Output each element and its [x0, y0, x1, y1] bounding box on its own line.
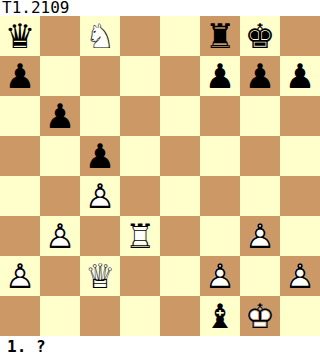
- piece-outline: ♙: [240, 216, 280, 256]
- square-a3[interactable]: [0, 216, 40, 256]
- square-c7[interactable]: [80, 56, 120, 96]
- square-f7[interactable]: ♟: [200, 56, 240, 96]
- move-prompt: 1. ?: [0, 336, 320, 360]
- square-d1[interactable]: [120, 296, 160, 336]
- piece-fill: ♟: [280, 56, 320, 96]
- square-g8[interactable]: ♚: [240, 16, 280, 56]
- square-b1[interactable]: [40, 296, 80, 336]
- square-f1[interactable]: ♝: [200, 296, 240, 336]
- square-a8[interactable]: ♛: [0, 16, 40, 56]
- square-g2[interactable]: [240, 256, 280, 296]
- piece-fill: ♟: [80, 136, 120, 176]
- black-pawn-icon[interactable]: ♟: [200, 56, 240, 96]
- square-f6[interactable]: [200, 96, 240, 136]
- square-a4[interactable]: [0, 176, 40, 216]
- square-a2[interactable]: ♟♙: [0, 256, 40, 296]
- square-b5[interactable]: [40, 136, 80, 176]
- piece-fill: ♚: [240, 16, 280, 56]
- square-h5[interactable]: [280, 136, 320, 176]
- white-pawn-icon[interactable]: ♟♙: [0, 256, 40, 296]
- square-e8[interactable]: [160, 16, 200, 56]
- square-g3[interactable]: ♟♙: [240, 216, 280, 256]
- black-pawn-icon[interactable]: ♟: [40, 96, 80, 136]
- square-c8[interactable]: ♞♘: [80, 16, 120, 56]
- piece-outline: ♙: [280, 256, 320, 296]
- piece-fill: ♟: [40, 96, 80, 136]
- square-b6[interactable]: ♟: [40, 96, 80, 136]
- square-d2[interactable]: [120, 256, 160, 296]
- square-a1[interactable]: [0, 296, 40, 336]
- square-g1[interactable]: ♚♔: [240, 296, 280, 336]
- square-d5[interactable]: [120, 136, 160, 176]
- black-queen-icon[interactable]: ♛: [0, 16, 40, 56]
- square-d8[interactable]: [120, 16, 160, 56]
- black-bishop-icon[interactable]: ♝: [200, 296, 240, 336]
- white-pawn-icon[interactable]: ♟♙: [40, 216, 80, 256]
- square-g5[interactable]: [240, 136, 280, 176]
- square-d6[interactable]: [120, 96, 160, 136]
- white-king-icon[interactable]: ♚♔: [240, 296, 280, 336]
- square-b3[interactable]: ♟♙: [40, 216, 80, 256]
- square-d7[interactable]: [120, 56, 160, 96]
- square-c6[interactable]: [80, 96, 120, 136]
- white-queen-icon[interactable]: ♛♕: [80, 256, 120, 296]
- square-a7[interactable]: ♟: [0, 56, 40, 96]
- piece-fill: ♟: [0, 56, 40, 96]
- square-f2[interactable]: ♟♙: [200, 256, 240, 296]
- square-c4[interactable]: ♟♙: [80, 176, 120, 216]
- square-h4[interactable]: [280, 176, 320, 216]
- square-e3[interactable]: [160, 216, 200, 256]
- square-c3[interactable]: [80, 216, 120, 256]
- square-h6[interactable]: [280, 96, 320, 136]
- square-h7[interactable]: ♟: [280, 56, 320, 96]
- square-e5[interactable]: [160, 136, 200, 176]
- square-a6[interactable]: [0, 96, 40, 136]
- black-pawn-icon[interactable]: ♟: [240, 56, 280, 96]
- square-b4[interactable]: [40, 176, 80, 216]
- piece-fill: ♟: [200, 56, 240, 96]
- piece-fill: ♜: [200, 16, 240, 56]
- square-g7[interactable]: ♟: [240, 56, 280, 96]
- square-b8[interactable]: [40, 16, 80, 56]
- white-pawn-icon[interactable]: ♟♙: [200, 256, 240, 296]
- piece-fill: ♛: [0, 16, 40, 56]
- piece-fill: ♝: [200, 296, 240, 336]
- chess-puzzle-app: T1.2109 ♛♞♘♜♚♟♟♟♟♟♟♟♙♟♙♜♖♟♙♟♙♛♕♟♙♟♙♝♚♔ 1…: [0, 0, 320, 360]
- chess-board: ♛♞♘♜♚♟♟♟♟♟♟♟♙♟♙♜♖♟♙♟♙♛♕♟♙♟♙♝♚♔: [0, 16, 320, 336]
- square-d3[interactable]: ♜♖: [120, 216, 160, 256]
- piece-fill: ♟: [240, 56, 280, 96]
- black-king-icon[interactable]: ♚: [240, 16, 280, 56]
- square-e7[interactable]: [160, 56, 200, 96]
- square-c5[interactable]: ♟: [80, 136, 120, 176]
- square-f3[interactable]: [200, 216, 240, 256]
- piece-outline: ♔: [240, 296, 280, 336]
- square-g6[interactable]: [240, 96, 280, 136]
- piece-outline: ♘: [80, 16, 120, 56]
- square-e6[interactable]: [160, 96, 200, 136]
- square-e2[interactable]: [160, 256, 200, 296]
- square-d4[interactable]: [120, 176, 160, 216]
- square-b2[interactable]: [40, 256, 80, 296]
- piece-outline: ♙: [200, 256, 240, 296]
- puzzle-id: T1.2109: [0, 0, 320, 16]
- square-c1[interactable]: [80, 296, 120, 336]
- black-rook-icon[interactable]: ♜: [200, 16, 240, 56]
- square-h8[interactable]: [280, 16, 320, 56]
- square-h3[interactable]: [280, 216, 320, 256]
- square-e4[interactable]: [160, 176, 200, 216]
- square-e1[interactable]: [160, 296, 200, 336]
- black-pawn-icon[interactable]: ♟: [0, 56, 40, 96]
- piece-outline: ♙: [0, 256, 40, 296]
- square-f5[interactable]: [200, 136, 240, 176]
- white-knight-icon[interactable]: ♞♘: [80, 16, 120, 56]
- square-g4[interactable]: [240, 176, 280, 216]
- piece-outline: ♖: [120, 216, 160, 256]
- black-pawn-icon[interactable]: ♟: [80, 136, 120, 176]
- piece-outline: ♙: [80, 176, 120, 216]
- piece-outline: ♕: [80, 256, 120, 296]
- piece-outline: ♙: [40, 216, 80, 256]
- black-pawn-icon[interactable]: ♟: [280, 56, 320, 96]
- square-h1[interactable]: [280, 296, 320, 336]
- white-pawn-icon[interactable]: ♟♙: [80, 176, 120, 216]
- white-pawn-icon[interactable]: ♟♙: [240, 216, 280, 256]
- square-f4[interactable]: [200, 176, 240, 216]
- white-pawn-icon[interactable]: ♟♙: [280, 256, 320, 296]
- square-f8[interactable]: ♜: [200, 16, 240, 56]
- square-a5[interactable]: [0, 136, 40, 176]
- square-b7[interactable]: [40, 56, 80, 96]
- square-c2[interactable]: ♛♕: [80, 256, 120, 296]
- square-h2[interactable]: ♟♙: [280, 256, 320, 296]
- white-rook-icon[interactable]: ♜♖: [120, 216, 160, 256]
